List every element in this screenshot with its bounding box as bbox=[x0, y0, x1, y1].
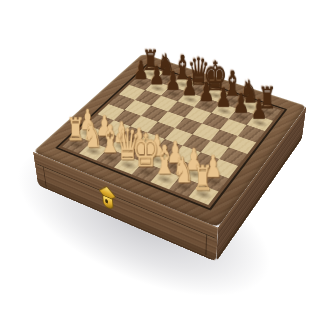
black-pawn: ♟ bbox=[234, 96, 284, 124]
chess-set-product-photo: ♜♞♝♛♚♝♞♜♟♟♟♟♟♟♟♟♟♟♟♟♟♟♟♟♜♞♝♛♚♝♞♜ bbox=[0, 0, 310, 310]
square-h1: ♜ bbox=[189, 184, 219, 205]
drawer-seam-left bbox=[43, 167, 47, 187]
white-rook: ♜ bbox=[175, 162, 231, 196]
brass-clasp-icon bbox=[97, 183, 117, 214]
drawer-seam-right bbox=[205, 235, 207, 256]
clasp-keyhole bbox=[105, 199, 108, 204]
